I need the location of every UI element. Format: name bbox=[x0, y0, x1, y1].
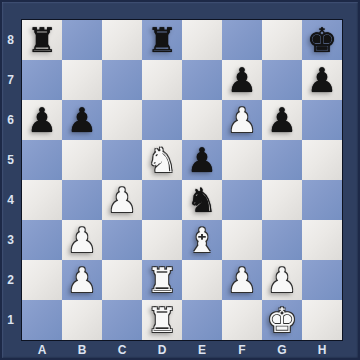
square-f7[interactable]: ♟ bbox=[222, 60, 262, 100]
square-c2[interactable] bbox=[102, 260, 142, 300]
square-g1[interactable]: ♚ bbox=[262, 300, 302, 340]
white-pawn[interactable]: ♟ bbox=[227, 263, 257, 297]
square-h4[interactable] bbox=[302, 180, 342, 220]
white-pawn[interactable]: ♟ bbox=[67, 263, 97, 297]
file-label-D: D bbox=[142, 342, 182, 358]
file-labels: ABCDEFGH bbox=[22, 342, 342, 358]
square-b2[interactable]: ♟ bbox=[62, 260, 102, 300]
white-rook[interactable]: ♜ bbox=[147, 303, 177, 337]
black-pawn[interactable]: ♟ bbox=[27, 103, 57, 137]
black-pawn[interactable]: ♟ bbox=[67, 103, 97, 137]
white-rook[interactable]: ♜ bbox=[147, 263, 177, 297]
square-b8[interactable] bbox=[62, 20, 102, 60]
square-d3[interactable] bbox=[142, 220, 182, 260]
square-a5[interactable] bbox=[22, 140, 62, 180]
file-label-E: E bbox=[182, 342, 222, 358]
rank-label-5: 5 bbox=[0, 140, 21, 180]
black-pawn[interactable]: ♟ bbox=[187, 143, 217, 177]
black-knight[interactable]: ♞ bbox=[187, 183, 217, 217]
black-pawn[interactable]: ♟ bbox=[307, 63, 337, 97]
square-b5[interactable] bbox=[62, 140, 102, 180]
square-g4[interactable] bbox=[262, 180, 302, 220]
square-b4[interactable] bbox=[62, 180, 102, 220]
black-pawn[interactable]: ♟ bbox=[267, 103, 297, 137]
square-f2[interactable]: ♟ bbox=[222, 260, 262, 300]
square-c1[interactable] bbox=[102, 300, 142, 340]
square-g3[interactable] bbox=[262, 220, 302, 260]
rank-label-3: 3 bbox=[0, 220, 21, 260]
square-d8[interactable]: ♜ bbox=[142, 20, 182, 60]
file-label-B: B bbox=[62, 342, 102, 358]
square-f1[interactable] bbox=[222, 300, 262, 340]
square-b1[interactable] bbox=[62, 300, 102, 340]
square-b6[interactable]: ♟ bbox=[62, 100, 102, 140]
file-label-G: G bbox=[262, 342, 302, 358]
square-c3[interactable] bbox=[102, 220, 142, 260]
square-a7[interactable] bbox=[22, 60, 62, 100]
square-c5[interactable] bbox=[102, 140, 142, 180]
square-h3[interactable] bbox=[302, 220, 342, 260]
square-e3[interactable]: ♝ bbox=[182, 220, 222, 260]
square-a8[interactable]: ♜ bbox=[22, 20, 62, 60]
chess-board: ♜♜♚♟♟♟♟♟♟♞♟♟♞♟♝♟♜♟♟♜♚ bbox=[21, 19, 343, 341]
white-pawn[interactable]: ♟ bbox=[267, 263, 297, 297]
square-c7[interactable] bbox=[102, 60, 142, 100]
square-e7[interactable] bbox=[182, 60, 222, 100]
black-rook[interactable]: ♜ bbox=[147, 23, 177, 57]
square-f5[interactable] bbox=[222, 140, 262, 180]
square-b7[interactable] bbox=[62, 60, 102, 100]
white-bishop[interactable]: ♝ bbox=[187, 223, 217, 257]
rank-label-4: 4 bbox=[0, 180, 21, 220]
rank-label-6: 6 bbox=[0, 100, 21, 140]
square-h1[interactable] bbox=[302, 300, 342, 340]
file-label-F: F bbox=[222, 342, 262, 358]
square-a1[interactable] bbox=[22, 300, 62, 340]
square-g6[interactable]: ♟ bbox=[262, 100, 302, 140]
square-e8[interactable] bbox=[182, 20, 222, 60]
square-g7[interactable] bbox=[262, 60, 302, 100]
rank-label-2: 2 bbox=[0, 260, 21, 300]
square-h2[interactable] bbox=[302, 260, 342, 300]
square-c8[interactable] bbox=[102, 20, 142, 60]
square-d6[interactable] bbox=[142, 100, 182, 140]
square-d5[interactable]: ♞ bbox=[142, 140, 182, 180]
rank-labels: 87654321 bbox=[0, 20, 21, 340]
square-e6[interactable] bbox=[182, 100, 222, 140]
square-h8[interactable]: ♚ bbox=[302, 20, 342, 60]
square-e5[interactable]: ♟ bbox=[182, 140, 222, 180]
square-c6[interactable] bbox=[102, 100, 142, 140]
white-pawn[interactable]: ♟ bbox=[67, 223, 97, 257]
black-pawn[interactable]: ♟ bbox=[227, 63, 257, 97]
rank-label-7: 7 bbox=[0, 60, 21, 100]
square-e2[interactable] bbox=[182, 260, 222, 300]
file-label-A: A bbox=[22, 342, 62, 358]
square-h7[interactable]: ♟ bbox=[302, 60, 342, 100]
white-pawn[interactable]: ♟ bbox=[227, 103, 257, 137]
square-c4[interactable]: ♟ bbox=[102, 180, 142, 220]
square-h6[interactable] bbox=[302, 100, 342, 140]
white-knight[interactable]: ♞ bbox=[147, 143, 177, 177]
square-g8[interactable] bbox=[262, 20, 302, 60]
black-king[interactable]: ♚ bbox=[307, 23, 337, 57]
square-e1[interactable] bbox=[182, 300, 222, 340]
square-g2[interactable]: ♟ bbox=[262, 260, 302, 300]
square-a3[interactable] bbox=[22, 220, 62, 260]
square-f8[interactable] bbox=[222, 20, 262, 60]
square-f3[interactable] bbox=[222, 220, 262, 260]
rank-label-1: 1 bbox=[0, 300, 21, 340]
white-pawn[interactable]: ♟ bbox=[107, 183, 137, 217]
chessboard-frame: 87654321 ♜♜♚♟♟♟♟♟♟♞♟♟♞♟♝♟♜♟♟♜♚ ABCDEFGH bbox=[0, 0, 360, 360]
square-e4[interactable]: ♞ bbox=[182, 180, 222, 220]
square-b3[interactable]: ♟ bbox=[62, 220, 102, 260]
square-a4[interactable] bbox=[22, 180, 62, 220]
black-rook[interactable]: ♜ bbox=[27, 23, 57, 57]
square-d7[interactable] bbox=[142, 60, 182, 100]
square-d4[interactable] bbox=[142, 180, 182, 220]
square-f4[interactable] bbox=[222, 180, 262, 220]
square-h5[interactable] bbox=[302, 140, 342, 180]
square-d2[interactable]: ♜ bbox=[142, 260, 182, 300]
file-label-H: H bbox=[302, 342, 342, 358]
file-label-C: C bbox=[102, 342, 142, 358]
square-f6[interactable]: ♟ bbox=[222, 100, 262, 140]
square-a6[interactable]: ♟ bbox=[22, 100, 62, 140]
square-a2[interactable] bbox=[22, 260, 62, 300]
square-g5[interactable] bbox=[262, 140, 302, 180]
rank-label-8: 8 bbox=[0, 20, 21, 60]
white-king[interactable]: ♚ bbox=[267, 303, 297, 337]
square-d1[interactable]: ♜ bbox=[142, 300, 182, 340]
